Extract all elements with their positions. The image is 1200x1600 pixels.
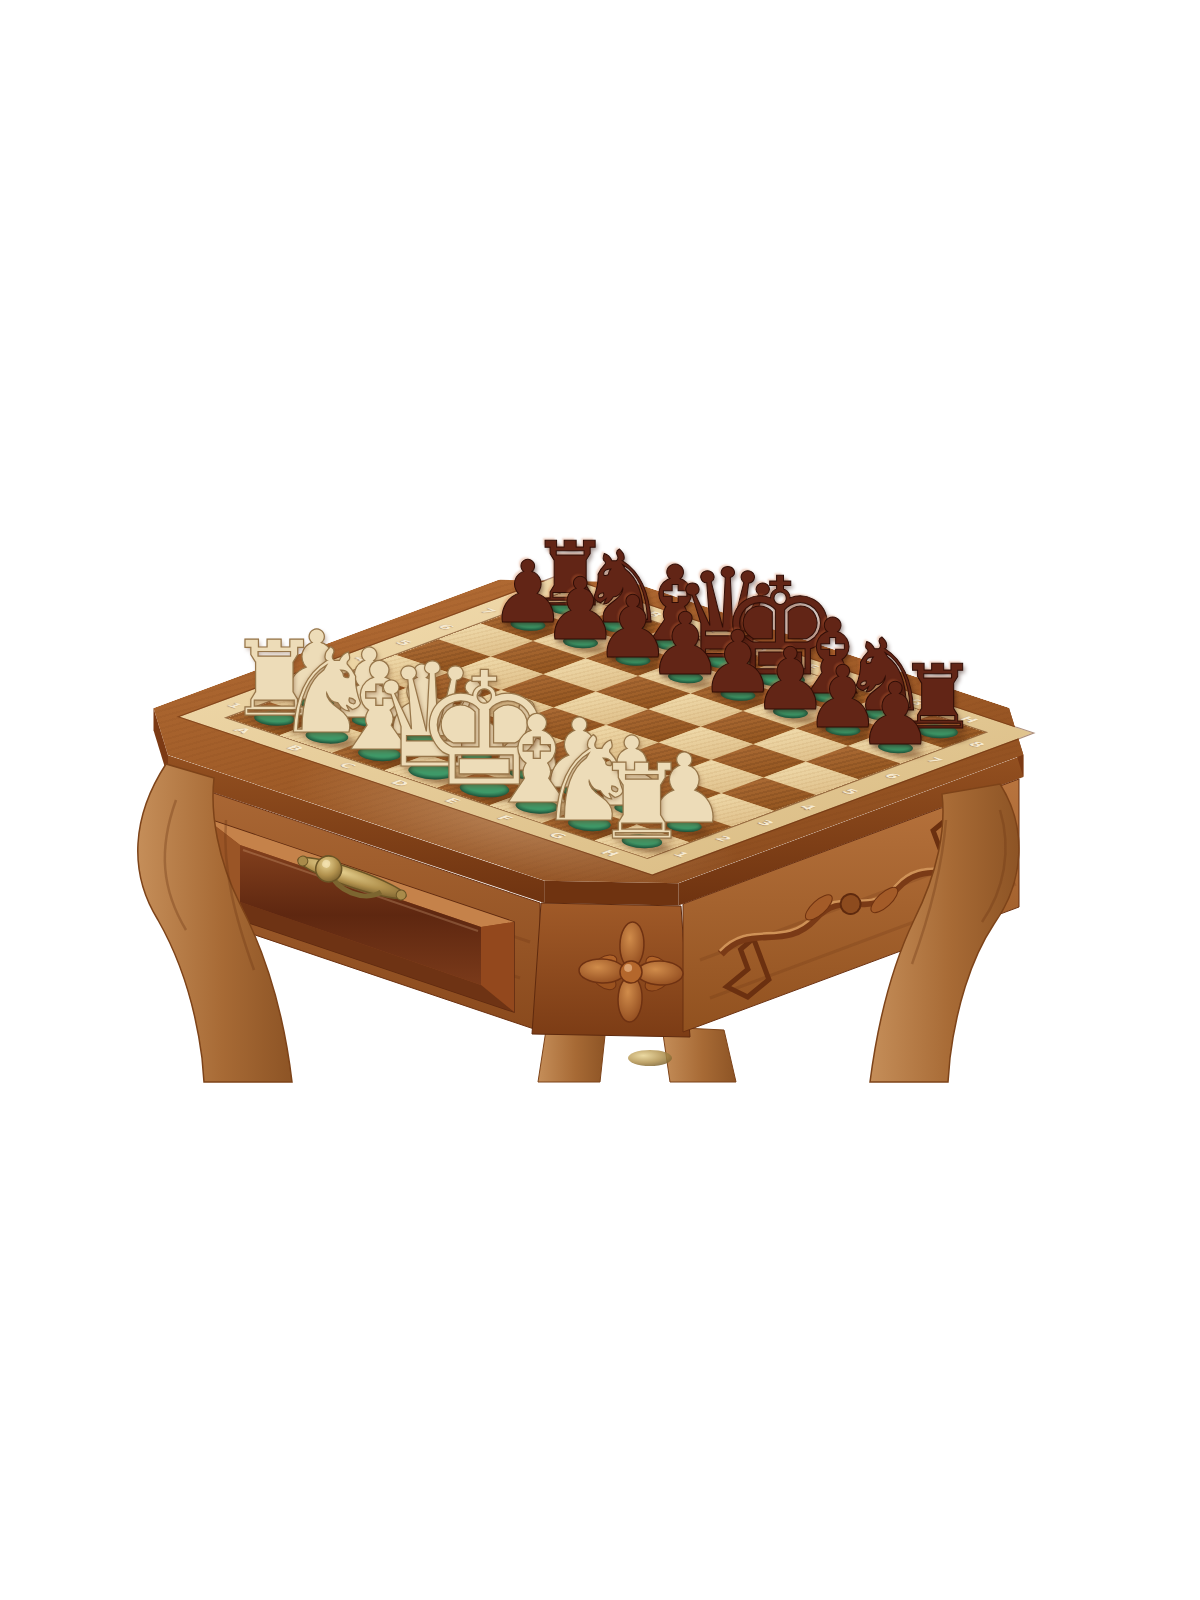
pawn-glyph: ♟ [857,671,934,757]
product-photo-chess-table: AABBCCDDEEFFGGHH8877665544332211 ♜♞♝♛♚♝♞… [0,0,1200,1600]
far-drawer-handle-glint [628,1050,672,1066]
rook-glyph: ♜ [595,750,688,854]
table-edge-front-corner [544,881,678,906]
